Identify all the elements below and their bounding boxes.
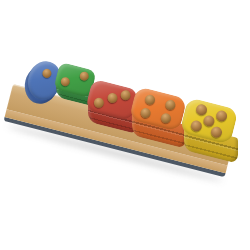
peg (144, 93, 156, 105)
peg (194, 103, 207, 116)
peg (139, 107, 151, 119)
peg (160, 113, 172, 125)
toy-photo (0, 0, 250, 250)
peg (189, 119, 202, 132)
peg (93, 97, 105, 109)
peg (210, 125, 223, 138)
peg (165, 99, 177, 111)
peg (41, 68, 52, 79)
peg (106, 92, 118, 104)
peg (202, 114, 215, 127)
peg (60, 77, 71, 88)
peg (119, 89, 131, 101)
peg (215, 109, 228, 122)
peg (79, 71, 90, 82)
